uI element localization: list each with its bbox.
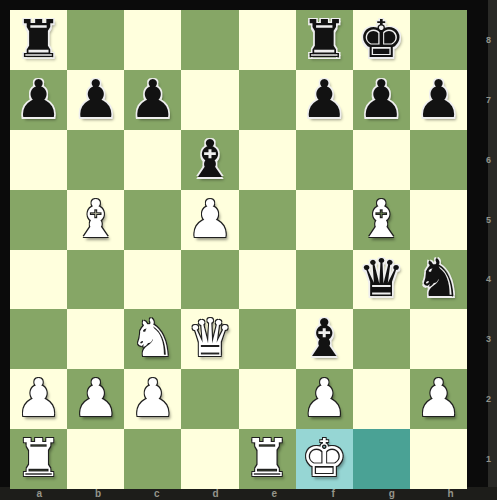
square-c8[interactable] [124,10,181,70]
square-e4[interactable] [239,250,296,310]
rank-label-5: 5 [481,190,496,250]
square-g8[interactable]: ♚ [353,10,410,70]
piece-black-pawn[interactable]: ♟ [72,73,119,125]
square-b2[interactable]: ♟ [67,369,124,429]
rank-coordinates: 87654321 [481,10,496,489]
square-f4[interactable] [296,250,353,310]
file-label-a: a [10,488,69,500]
square-f8[interactable]: ♜ [296,10,353,70]
piece-white-pawn[interactable]: ♟ [15,372,62,424]
square-b3[interactable] [67,309,124,369]
file-label-e: e [245,488,304,500]
square-f7[interactable]: ♟ [296,70,353,130]
rank-label-7: 7 [481,70,496,130]
file-label-f: f [304,488,363,500]
square-c3[interactable]: ♞ [124,309,181,369]
square-b8[interactable] [67,10,124,70]
piece-white-rook[interactable]: ♜ [244,432,291,484]
square-c2[interactable]: ♟ [124,369,181,429]
square-h3[interactable] [410,309,467,369]
square-g1[interactable] [353,429,410,489]
file-label-d: d [186,488,245,500]
square-a3[interactable] [10,309,67,369]
square-h6[interactable] [410,130,467,190]
square-c1[interactable] [124,429,181,489]
square-h1[interactable] [410,429,467,489]
square-h8[interactable] [410,10,467,70]
square-c5[interactable] [124,190,181,250]
square-a2[interactable]: ♟ [10,369,67,429]
square-d5[interactable]: ♟ [181,190,238,250]
piece-black-pawn[interactable]: ♟ [415,73,462,125]
file-label-h: h [421,488,480,500]
square-g6[interactable] [353,130,410,190]
piece-white-pawn[interactable]: ♟ [72,372,119,424]
piece-black-queen[interactable]: ♛ [358,252,405,304]
chess-app: ♜♜♚♟♟♟♟♟♟♝♝♟♝♛♞♞♛♝♟♟♟♟♟♜♜♚ abcdefgh 8765… [0,0,497,500]
square-b6[interactable] [67,130,124,190]
square-d7[interactable] [181,70,238,130]
piece-white-pawn[interactable]: ♟ [301,372,348,424]
piece-white-pawn[interactable]: ♟ [187,193,234,245]
piece-white-knight[interactable]: ♞ [130,312,177,364]
square-b4[interactable] [67,250,124,310]
square-f6[interactable] [296,130,353,190]
rank-label-3: 3 [481,309,496,369]
square-e1[interactable]: ♜ [239,429,296,489]
square-b7[interactable]: ♟ [67,70,124,130]
square-e6[interactable] [239,130,296,190]
piece-black-bishop[interactable]: ♝ [187,133,234,185]
square-e8[interactable] [239,10,296,70]
rank-label-2: 2 [481,369,496,429]
rank-label-1: 1 [481,429,496,489]
piece-white-pawn[interactable]: ♟ [415,372,462,424]
square-h2[interactable]: ♟ [410,369,467,429]
square-g4[interactable]: ♛ [353,250,410,310]
square-d6[interactable]: ♝ [181,130,238,190]
square-c7[interactable]: ♟ [124,70,181,130]
square-d8[interactable] [181,10,238,70]
piece-black-king[interactable]: ♚ [358,13,405,65]
file-label-b: b [69,488,128,500]
rank-label-6: 6 [481,130,496,190]
square-g2[interactable] [353,369,410,429]
square-f3[interactable]: ♝ [296,309,353,369]
square-e2[interactable] [239,369,296,429]
file-coordinates: abcdefgh [10,488,480,500]
square-f1[interactable]: ♚ [296,429,353,489]
square-f5[interactable] [296,190,353,250]
square-d2[interactable] [181,369,238,429]
square-a7[interactable]: ♟ [10,70,67,130]
chess-board: ♜♜♚♟♟♟♟♟♟♝♝♟♝♛♞♞♛♝♟♟♟♟♟♜♜♚ [10,10,467,489]
square-a5[interactable] [10,190,67,250]
square-g5[interactable]: ♝ [353,190,410,250]
piece-black-pawn[interactable]: ♟ [130,73,177,125]
square-d4[interactable] [181,250,238,310]
square-c4[interactable] [124,250,181,310]
square-c6[interactable] [124,130,181,190]
square-f2[interactable]: ♟ [296,369,353,429]
piece-white-queen[interactable]: ♛ [187,312,234,364]
piece-black-rook[interactable]: ♜ [301,13,348,65]
square-g7[interactable]: ♟ [353,70,410,130]
square-b5[interactable]: ♝ [67,190,124,250]
rank-label-4: 4 [481,250,496,310]
file-label-g: g [363,488,422,500]
square-a4[interactable] [10,250,67,310]
piece-white-bishop[interactable]: ♝ [358,193,405,245]
square-h4[interactable]: ♞ [410,250,467,310]
piece-white-pawn[interactable]: ♟ [130,372,177,424]
piece-black-rook[interactable]: ♜ [15,13,62,65]
square-h5[interactable] [410,190,467,250]
piece-black-pawn[interactable]: ♟ [15,73,62,125]
file-label-c: c [128,488,187,500]
square-e5[interactable] [239,190,296,250]
square-a6[interactable] [10,130,67,190]
square-e3[interactable] [239,309,296,369]
piece-white-king[interactable]: ♚ [301,432,348,484]
square-d3[interactable]: ♛ [181,309,238,369]
square-g3[interactable] [353,309,410,369]
square-a1[interactable]: ♜ [10,429,67,489]
square-b1[interactable] [67,429,124,489]
square-a8[interactable]: ♜ [10,10,67,70]
piece-black-pawn[interactable]: ♟ [358,73,405,125]
piece-black-pawn[interactable]: ♟ [301,73,348,125]
square-d1[interactable] [181,429,238,489]
piece-black-knight[interactable]: ♞ [415,252,462,304]
square-h7[interactable]: ♟ [410,70,467,130]
piece-white-rook[interactable]: ♜ [15,432,62,484]
square-e7[interactable] [239,70,296,130]
rank-label-8: 8 [481,10,496,70]
piece-black-bishop[interactable]: ♝ [301,312,348,364]
piece-white-bishop[interactable]: ♝ [72,193,119,245]
